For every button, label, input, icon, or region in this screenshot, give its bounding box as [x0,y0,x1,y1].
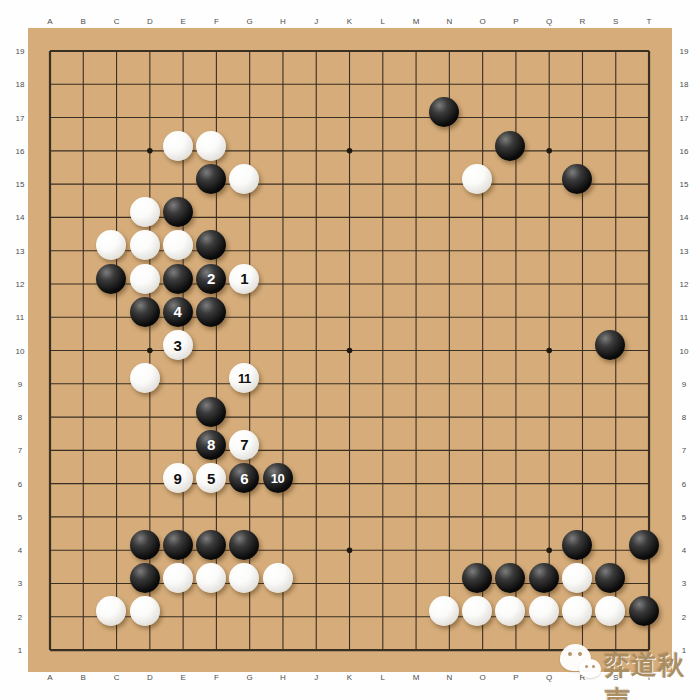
row-label-right-12: 12 [680,279,689,288]
go-board: 2486101311795 [28,28,672,672]
white-stone [130,363,160,393]
black-stone-move-6: 6 [229,463,259,493]
black-stone [196,397,226,427]
col-label-top-M: M [413,17,420,26]
col-label-bottom-D: D [147,673,153,682]
white-stone [263,563,293,593]
col-label-bottom-E: E [180,673,185,682]
white-stone [96,230,126,260]
row-label-right-10: 10 [680,346,689,355]
white-stone-move-11: 11 [229,363,259,393]
col-label-bottom-F: F [214,673,219,682]
row-label-right-9: 9 [682,379,686,388]
white-stone-move-5: 5 [196,463,226,493]
col-label-bottom-O: O [480,673,486,682]
col-label-top-B: B [81,17,86,26]
black-stone [495,563,525,593]
col-label-bottom-B: B [81,673,86,682]
col-label-top-G: G [247,17,253,26]
white-stone [130,264,160,294]
row-label-left-15: 15 [16,180,25,189]
watermark-text: 弈道秋声 [604,648,700,700]
stones-layer: 2486101311795 [61,62,693,694]
wechat-icon [552,643,602,685]
col-label-top-E: E [180,17,185,26]
row-label-left-8: 8 [18,413,22,422]
white-stone [595,596,625,626]
row-label-left-19: 19 [16,47,25,56]
white-stone [562,596,592,626]
row-label-right-6: 6 [682,479,686,488]
row-label-left-17: 17 [16,113,25,122]
black-stone [163,530,193,560]
white-stone [229,164,259,194]
col-label-bottom-A: A [47,673,52,682]
col-label-bottom-H: H [280,673,286,682]
row-label-right-13: 13 [680,246,689,255]
col-label-top-L: L [381,17,385,26]
white-stone [130,230,160,260]
col-label-top-N: N [446,17,452,26]
white-stone-move-1: 1 [229,264,259,294]
row-label-left-10: 10 [16,346,25,355]
white-stone [163,230,193,260]
col-label-top-P: P [513,17,518,26]
col-label-bottom-G: G [247,673,253,682]
row-label-left-14: 14 [16,213,25,222]
white-stone [495,596,525,626]
row-label-left-13: 13 [16,246,25,255]
black-stone [629,530,659,560]
row-label-right-18: 18 [680,80,689,89]
black-stone [196,230,226,260]
row-label-right-2: 2 [682,612,686,621]
col-label-top-O: O [480,17,486,26]
white-stone [130,596,160,626]
col-label-bottom-C: C [114,673,120,682]
white-stone-move-3: 3 [163,330,193,360]
row-label-left-12: 12 [16,279,25,288]
col-label-top-D: D [147,17,153,26]
row-label-left-1: 1 [18,646,22,655]
col-label-bottom-M: M [413,673,420,682]
row-label-left-2: 2 [18,612,22,621]
white-stone [462,164,492,194]
col-label-top-R: R [580,17,586,26]
black-stone [196,164,226,194]
row-label-left-9: 9 [18,379,22,388]
row-label-right-4: 4 [682,546,686,555]
white-stone [462,596,492,626]
col-label-bottom-J: J [314,673,318,682]
row-label-left-16: 16 [16,146,25,155]
white-stone-move-7: 7 [229,430,259,460]
wechat-bubble-small [579,659,601,678]
row-label-left-4: 4 [18,546,22,555]
row-label-right-14: 14 [680,213,689,222]
white-stone [163,563,193,593]
go-diagram: 2486101311795 AABBCCDDEEFFGGHHJJKKLLMMNN… [0,0,700,700]
row-label-right-5: 5 [682,512,686,521]
col-label-top-S: S [613,17,618,26]
black-stone-move-10: 10 [263,463,293,493]
black-stone [595,563,625,593]
black-stone-move-4: 4 [163,297,193,327]
row-label-left-5: 5 [18,512,22,521]
col-label-bottom-L: L [381,673,385,682]
col-label-top-C: C [114,17,120,26]
black-stone [130,563,160,593]
white-stone [529,596,559,626]
black-stone [196,297,226,327]
black-stone [130,530,160,560]
row-label-right-19: 19 [680,47,689,56]
row-label-right-16: 16 [680,146,689,155]
white-stone [562,563,592,593]
white-stone-move-9: 9 [163,463,193,493]
row-label-left-6: 6 [18,479,22,488]
col-label-top-H: H [280,17,286,26]
row-label-left-7: 7 [18,446,22,455]
black-stone [595,330,625,360]
black-stone [462,563,492,593]
col-label-top-Q: Q [546,17,552,26]
black-stone [629,596,659,626]
row-label-right-3: 3 [682,579,686,588]
black-stone [429,97,459,127]
black-stone [495,131,525,161]
black-stone [163,264,193,294]
watermark: 弈道秋声 [552,641,700,689]
black-stone [96,264,126,294]
col-label-bottom-N: N [446,673,452,682]
black-stone [196,530,226,560]
black-stone [229,530,259,560]
black-stone-move-8: 8 [196,430,226,460]
black-stone [163,197,193,227]
black-stone [562,164,592,194]
white-stone [130,197,160,227]
row-label-right-8: 8 [682,413,686,422]
col-label-top-A: A [47,17,52,26]
col-label-top-F: F [214,17,219,26]
row-label-left-3: 3 [18,579,22,588]
col-label-top-J: J [314,17,318,26]
col-label-bottom-P: P [513,673,518,682]
black-stone [130,297,160,327]
row-label-right-17: 17 [680,113,689,122]
white-stone [96,596,126,626]
black-stone-move-2: 2 [196,264,226,294]
black-stone [529,563,559,593]
col-label-top-T: T [647,17,652,26]
white-stone [229,563,259,593]
white-stone [429,596,459,626]
row-label-right-7: 7 [682,446,686,455]
white-stone [196,563,226,593]
row-label-right-15: 15 [680,180,689,189]
white-stone [163,131,193,161]
col-label-top-K: K [347,17,352,26]
black-stone [562,530,592,560]
row-label-left-11: 11 [16,313,24,322]
row-label-right-11: 11 [680,313,688,322]
row-label-left-18: 18 [16,80,25,89]
white-stone [196,131,226,161]
col-label-bottom-K: K [347,673,352,682]
